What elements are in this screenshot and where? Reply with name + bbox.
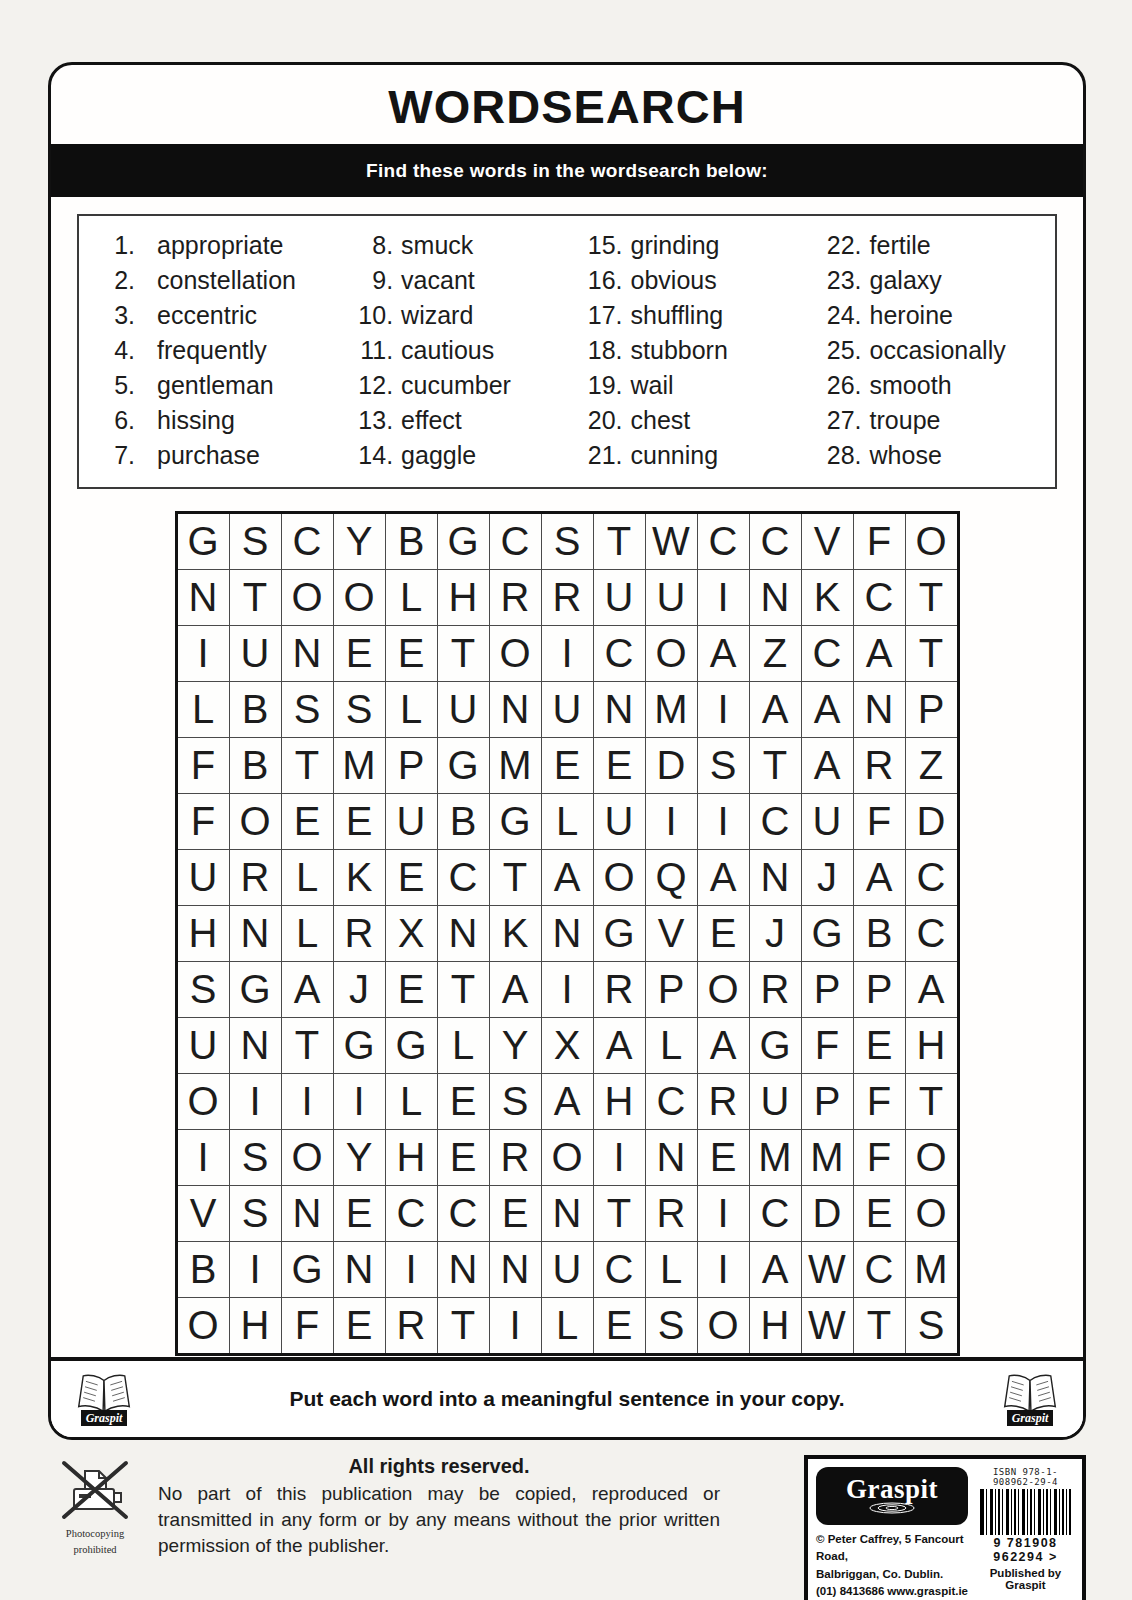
grid-cell[interactable]: O [282, 1130, 333, 1185]
word-number: 13. [351, 403, 393, 438]
grid-cell[interactable]: A [802, 738, 853, 793]
word-list-column: 15.grinding16.obvious17.shuffling18.stub… [581, 228, 820, 473]
grid-cell[interactable]: I [230, 1242, 281, 1297]
word-label: frequently [157, 333, 267, 368]
rights-body: No part of this publication may be copie… [158, 1481, 720, 1560]
photocopy-caption-line1: Photocopying [48, 1527, 142, 1541]
grid-cell[interactable]: F [178, 794, 229, 849]
grid-cell[interactable]: N [854, 682, 905, 737]
grid-cell[interactable]: A [542, 850, 593, 905]
grid-cell[interactable]: O [906, 1130, 957, 1185]
grid-cell[interactable]: I [178, 1130, 229, 1185]
grid-cell[interactable]: I [698, 1186, 749, 1241]
grid-cell[interactable]: E [854, 1018, 905, 1073]
grid-cell[interactable]: C [386, 1186, 437, 1241]
grid-cell[interactable]: F [178, 738, 229, 793]
grid-cell[interactable]: E [334, 794, 385, 849]
word-number: 18. [581, 333, 623, 368]
grid-cell[interactable]: T [438, 962, 489, 1017]
grid-cell[interactable]: U [230, 626, 281, 681]
grid-cell[interactable]: U [594, 570, 645, 625]
grid-cell[interactable]: Y [490, 1018, 541, 1073]
graspit-book-logo-right: Graspit [997, 1373, 1063, 1426]
word-label: cautious [401, 333, 494, 368]
grid-cell[interactable]: C [906, 850, 957, 905]
grid-cell[interactable]: N [438, 1242, 489, 1297]
word-number: 2. [93, 263, 135, 298]
grid-cell[interactable]: P [646, 962, 697, 1017]
grid-cell[interactable]: G [282, 1242, 333, 1297]
barcode-digits: 9 781908 962294 [993, 1536, 1057, 1564]
grid-cell[interactable]: N [750, 570, 801, 625]
word-label: appropriate [157, 228, 283, 263]
grid-cell[interactable]: C [750, 514, 801, 569]
grid-cell[interactable]: A [698, 850, 749, 905]
grid-cell[interactable]: S [230, 1186, 281, 1241]
grid-cell[interactable]: I [542, 962, 593, 1017]
grid-cell[interactable]: M [646, 682, 697, 737]
grid-cell[interactable]: S [334, 682, 385, 737]
word-list-item: 28.whose [820, 438, 1049, 473]
grid-cell[interactable]: T [282, 1018, 333, 1073]
grid-cell[interactable]: R [594, 962, 645, 1017]
page-title: WORDSEARCH [51, 79, 1083, 134]
word-number: 17. [581, 298, 623, 333]
word-label: cunning [631, 438, 719, 473]
grid-cell[interactable]: I [282, 1074, 333, 1129]
word-number: 26. [820, 368, 862, 403]
grid-cell[interactable]: H [386, 1130, 437, 1185]
grid-cell[interactable]: U [802, 794, 853, 849]
grid-cell[interactable]: T [906, 626, 957, 681]
grid-cell[interactable]: O [542, 1130, 593, 1185]
grid-cell[interactable]: W [802, 1242, 853, 1297]
word-list-column: 22.fertile23.galaxy24.heroine25.occasion… [820, 228, 1049, 473]
grid-cell[interactable]: C [854, 570, 905, 625]
word-label: fertile [870, 228, 931, 263]
grid-cell[interactable]: L [386, 682, 437, 737]
grid-cell[interactable]: D [802, 1186, 853, 1241]
word-list-item: 21.cunning [581, 438, 820, 473]
grid-cell[interactable]: C [438, 850, 489, 905]
word-number: 8. [351, 228, 393, 263]
footer-strip: Graspit Put each word into a meaningful … [51, 1357, 1083, 1437]
published-by: Published by Graspit [977, 1567, 1074, 1591]
grid-cell[interactable]: G [750, 1018, 801, 1073]
grid-cell[interactable]: S [490, 1074, 541, 1129]
grid-cell[interactable]: H [594, 1074, 645, 1129]
grid-cell[interactable]: G [438, 738, 489, 793]
grid-cell[interactable]: R [334, 906, 385, 961]
grid-cell[interactable]: U [750, 1074, 801, 1129]
word-list-item: 3.eccentric [93, 298, 351, 333]
word-label: wail [631, 368, 674, 403]
grid-cell[interactable]: E [334, 1298, 385, 1353]
grid-cell[interactable]: R [854, 738, 905, 793]
grid-cell[interactable]: C [906, 906, 957, 961]
word-label: smooth [870, 368, 952, 403]
grid-cell[interactable]: R [542, 570, 593, 625]
word-list-item: 23.galaxy [820, 263, 1049, 298]
grid-cell[interactable]: E [438, 1130, 489, 1185]
graspit-label: Graspit [81, 1410, 128, 1426]
word-list-column: 1.appropriate2.constellation3.eccentric4… [93, 228, 351, 473]
publisher-right: ISBN 978-1-908962-29-4 9 781908 962294 >… [977, 1467, 1074, 1600]
grid-cell[interactable]: K [334, 850, 385, 905]
grid-cell[interactable]: I [698, 1242, 749, 1297]
grid-cell[interactable]: U [542, 1242, 593, 1297]
grid-cell[interactable]: S [646, 1298, 697, 1353]
grid-cell[interactable]: W [802, 1298, 853, 1353]
word-label: troupe [870, 403, 941, 438]
word-list-item: 18.stubborn [581, 333, 820, 368]
grid-cell[interactable]: A [542, 1074, 593, 1129]
grid-cell[interactable]: H [230, 1298, 281, 1353]
word-number: 16. [581, 263, 623, 298]
grid-cell[interactable]: N [230, 1018, 281, 1073]
grid-cell[interactable]: C [438, 1186, 489, 1241]
grid-cell[interactable]: C [698, 514, 749, 569]
word-label: wizard [401, 298, 473, 333]
word-label: heroine [870, 298, 953, 333]
grid-cell[interactable]: P [906, 682, 957, 737]
grid-cell[interactable]: Y [334, 514, 385, 569]
grid-cell[interactable]: H [906, 1018, 957, 1073]
grid-cell[interactable]: L [282, 906, 333, 961]
grid-cell[interactable]: I [490, 1298, 541, 1353]
grid-cell[interactable]: W [646, 514, 697, 569]
grid-cell[interactable]: A [750, 682, 801, 737]
grid-cell[interactable]: A [750, 1242, 801, 1297]
grid-cell[interactable]: B [386, 514, 437, 569]
grid-cell[interactable]: O [906, 514, 957, 569]
grid-cell[interactable]: H [438, 570, 489, 625]
grid-cell[interactable]: G [802, 906, 853, 961]
grid-cell[interactable]: N [178, 570, 229, 625]
grid-cell[interactable]: I [594, 1130, 645, 1185]
word-list: 1.appropriate2.constellation3.eccentric4… [77, 214, 1057, 489]
word-number: 23. [820, 263, 862, 298]
grid-cell[interactable]: A [854, 850, 905, 905]
grid-cell[interactable]: G [438, 514, 489, 569]
grid-cell[interactable]: E [282, 794, 333, 849]
grid-cell[interactable]: N [334, 1242, 385, 1297]
grid-cell[interactable]: R [750, 962, 801, 1017]
grid-cell[interactable]: A [854, 626, 905, 681]
grid-cell[interactable]: G [334, 1018, 385, 1073]
grid-cell[interactable]: E [594, 1298, 645, 1353]
grid-cell[interactable]: Y [334, 1130, 385, 1185]
word-list-item: 25.occasionally [820, 333, 1049, 368]
word-list-item: 11.cautious [351, 333, 580, 368]
grid-cell[interactable]: R [490, 1130, 541, 1185]
word-number: 12. [351, 368, 393, 403]
grid-cell[interactable]: A [282, 962, 333, 1017]
publisher-address: © Peter Caffrey, 5 Fancourt Road, Balbri… [816, 1531, 968, 1600]
grid-cell[interactable]: S [282, 682, 333, 737]
grid-cell[interactable]: C [282, 514, 333, 569]
grid-cell[interactable]: K [490, 906, 541, 961]
grid-cell[interactable]: P [802, 962, 853, 1017]
grid-cell[interactable]: X [386, 906, 437, 961]
grid-cell[interactable]: G [386, 1018, 437, 1073]
word-list-item: 15.grinding [581, 228, 820, 263]
grid-cell[interactable]: B [854, 906, 905, 961]
grid-cell[interactable]: T [750, 738, 801, 793]
grid-cell[interactable]: O [906, 1186, 957, 1241]
word-number: 15. [581, 228, 623, 263]
grid-cell[interactable]: V [646, 906, 697, 961]
grid-cell[interactable]: L [386, 1074, 437, 1129]
subtitle-bar: Find these words in the wordsearch below… [51, 144, 1083, 197]
grid-cell[interactable]: N [542, 1186, 593, 1241]
grid-cell[interactable]: M [750, 1130, 801, 1185]
grid-cell[interactable]: Q [646, 850, 697, 905]
word-label: hissing [157, 403, 235, 438]
grid-cell[interactable]: L [282, 850, 333, 905]
grid-cell[interactable]: N [750, 850, 801, 905]
word-list-item: 26.smooth [820, 368, 1049, 403]
grid-cell[interactable]: C [594, 626, 645, 681]
grid-cell[interactable]: R [698, 1074, 749, 1129]
grid-cell[interactable]: S [230, 514, 281, 569]
word-number: 5. [93, 368, 135, 403]
grid-cell[interactable]: C [490, 514, 541, 569]
word-list-item: 4.frequently [93, 333, 351, 368]
grid-cell[interactable]: A [490, 962, 541, 1017]
grid-cell[interactable]: U [386, 794, 437, 849]
grid-cell[interactable]: L [178, 682, 229, 737]
grid-cell[interactable]: O [698, 962, 749, 1017]
grid-cell[interactable]: N [282, 626, 333, 681]
grid-cell[interactable]: Z [750, 626, 801, 681]
imprint-row: Photocopying prohibited All rights reser… [48, 1455, 1086, 1600]
grid-cell[interactable]: T [594, 514, 645, 569]
grid-cell[interactable]: S [906, 1298, 957, 1353]
grid-cell[interactable]: A [698, 626, 749, 681]
grid-cell[interactable]: D [906, 794, 957, 849]
word-label: whose [870, 438, 942, 473]
grid-cell[interactable]: E [698, 1130, 749, 1185]
grid-cell[interactable]: M [490, 738, 541, 793]
grid-cell[interactable]: E [594, 738, 645, 793]
grid-cell[interactable]: E [334, 626, 385, 681]
grid-cell[interactable]: X [542, 1018, 593, 1073]
word-number: 6. [93, 403, 135, 438]
grid-cell[interactable]: I [178, 626, 229, 681]
grid-cell[interactable]: A [698, 1018, 749, 1073]
grid-cell[interactable]: T [490, 850, 541, 905]
grid-cell[interactable]: M [802, 1130, 853, 1185]
grid-cell[interactable]: G [490, 794, 541, 849]
grid-cell[interactable]: O [646, 626, 697, 681]
grid-cell[interactable]: I [698, 682, 749, 737]
graspit-logo-text: Graspit [846, 1477, 938, 1501]
grid-cell[interactable]: V [802, 514, 853, 569]
grid-cell[interactable]: O [698, 1298, 749, 1353]
grid-cell[interactable]: T [438, 626, 489, 681]
grid-cell[interactable]: R [386, 1298, 437, 1353]
grid-cell[interactable]: V [178, 1186, 229, 1241]
grid-cell[interactable]: S [542, 514, 593, 569]
word-list-item: 7.purchase [93, 438, 351, 473]
grid-cell[interactable]: I [386, 1242, 437, 1297]
grid-cell[interactable]: J [750, 906, 801, 961]
grid-cell[interactable]: H [178, 906, 229, 961]
word-label: constellation [157, 263, 296, 298]
word-number: 25. [820, 333, 862, 368]
word-number: 22. [820, 228, 862, 263]
grid-cell[interactable]: L [386, 570, 437, 625]
grid-cell[interactable]: D [646, 738, 697, 793]
grid-cell[interactable]: I [542, 626, 593, 681]
publisher-address-line: Balbriggan, Co. Dublin. [816, 1566, 968, 1583]
grid-cell[interactable]: L [646, 1242, 697, 1297]
grid-cell[interactable]: R [490, 570, 541, 625]
grid-cell[interactable]: E [334, 1186, 385, 1241]
grid-cell[interactable]: N [438, 906, 489, 961]
word-list-item: 14.gaggle [351, 438, 580, 473]
grid-cell[interactable]: T [438, 1298, 489, 1353]
grid-cell[interactable]: I [698, 794, 749, 849]
word-list-item: 2.constellation [93, 263, 351, 298]
grid-cell[interactable]: R [646, 1186, 697, 1241]
photocopier-crossed-icon [59, 1459, 131, 1521]
grid-cell[interactable]: F [854, 514, 905, 569]
grid-cell[interactable]: A [906, 962, 957, 1017]
grid-cell[interactable]: F [282, 1298, 333, 1353]
word-label: galaxy [870, 263, 942, 298]
word-list-item: 10.wizard [351, 298, 580, 333]
grid-cell[interactable]: I [230, 1074, 281, 1129]
grid-cell[interactable]: N [490, 1242, 541, 1297]
grid-cell[interactable]: T [594, 1186, 645, 1241]
grid-cell[interactable]: U [542, 682, 593, 737]
grid-cell[interactable]: F [854, 1130, 905, 1185]
grid-cell[interactable]: L [438, 1018, 489, 1073]
grid-cell[interactable]: A [594, 1018, 645, 1073]
grid-cell[interactable]: K [802, 570, 853, 625]
grid-cell[interactable]: J [802, 850, 853, 905]
grid-cell[interactable]: E [490, 1186, 541, 1241]
grid-cell[interactable]: L [646, 1018, 697, 1073]
grid-cell[interactable]: C [646, 1074, 697, 1129]
grid-cell[interactable]: L [542, 794, 593, 849]
grid-cell[interactable]: U [594, 794, 645, 849]
graspit-swirl-icon [866, 1501, 918, 1515]
grid-cell[interactable]: B [230, 682, 281, 737]
grid-cell[interactable]: R [230, 850, 281, 905]
grid-cell[interactable]: N [282, 1186, 333, 1241]
grid-cell[interactable]: A [802, 682, 853, 737]
grid-cell[interactable]: U [178, 1018, 229, 1073]
barcode-number: 9 781908 962294 > [977, 1536, 1074, 1564]
grid-cell[interactable]: B [230, 738, 281, 793]
grid-cell[interactable]: U [646, 570, 697, 625]
word-number: 28. [820, 438, 862, 473]
grid-cell[interactable]: S [230, 1130, 281, 1185]
grid-cell[interactable]: G [594, 906, 645, 961]
word-list-item: 24.heroine [820, 298, 1049, 333]
grid-cell[interactable]: C [802, 626, 853, 681]
word-number: 3. [93, 298, 135, 333]
grid-cell[interactable]: P [802, 1074, 853, 1129]
grid-cell[interactable]: N [490, 682, 541, 737]
grid-cell[interactable]: E [698, 906, 749, 961]
open-book-icon [1002, 1373, 1058, 1415]
grid-cell[interactable]: S [698, 738, 749, 793]
grid-cell[interactable]: L [542, 1298, 593, 1353]
grid-cell[interactable]: U [438, 682, 489, 737]
grid-cell[interactable]: N [594, 682, 645, 737]
grid-cell[interactable]: E [542, 738, 593, 793]
grid-cell[interactable]: F [854, 794, 905, 849]
word-number: 1. [93, 228, 135, 263]
footer-instruction: Put each word into a meaningful sentence… [137, 1387, 997, 1411]
grid-cell[interactable]: N [646, 1130, 697, 1185]
grid-cell[interactable]: F [854, 1074, 905, 1129]
grid-cell[interactable]: C [750, 1186, 801, 1241]
grid-cell[interactable]: C [594, 1242, 645, 1297]
grid-cell[interactable]: F [802, 1018, 853, 1073]
grid-cell[interactable]: O [594, 850, 645, 905]
word-label: grinding [631, 228, 720, 263]
grid-cell[interactable]: E [386, 626, 437, 681]
grid-cell[interactable]: O [178, 1298, 229, 1353]
photocopying-prohibited: Photocopying prohibited [48, 1455, 142, 1557]
grid-cell[interactable]: O [230, 794, 281, 849]
grid-cell[interactable]: I [334, 1074, 385, 1129]
grid-cell[interactable]: T [282, 738, 333, 793]
grid-cell[interactable]: C [750, 794, 801, 849]
word-number: 20. [581, 403, 623, 438]
grid-cell[interactable]: S [178, 962, 229, 1017]
grid-cell[interactable]: T [854, 1298, 905, 1353]
word-number: 7. [93, 438, 135, 473]
grid-cell[interactable]: P [386, 738, 437, 793]
publisher-website: www.graspit.ie [887, 1583, 968, 1600]
grid-cell[interactable]: M [334, 738, 385, 793]
grid-cell[interactable]: I [698, 570, 749, 625]
grid-cell[interactable]: G [178, 514, 229, 569]
grid-cell[interactable]: E [438, 1074, 489, 1129]
grid-cell[interactable]: N [230, 906, 281, 961]
grid-cell[interactable]: O [282, 570, 333, 625]
grid-cell[interactable]: I [646, 794, 697, 849]
grid-cell[interactable]: U [178, 850, 229, 905]
grid-cell[interactable]: N [542, 906, 593, 961]
grid-cell[interactable]: B [438, 794, 489, 849]
grid-cell[interactable]: E [386, 962, 437, 1017]
grid-cell[interactable]: P [854, 962, 905, 1017]
grid-cell[interactable]: T [906, 1074, 957, 1129]
grid-cell[interactable]: T [230, 570, 281, 625]
grid-cell[interactable]: B [178, 1242, 229, 1297]
grid-cell[interactable]: E [386, 850, 437, 905]
grid-cell[interactable]: M [906, 1242, 957, 1297]
grid-cell[interactable]: O [178, 1074, 229, 1129]
grid-cell[interactable]: J [334, 962, 385, 1017]
grid-cell[interactable]: O [334, 570, 385, 625]
grid-cell[interactable]: G [230, 962, 281, 1017]
grid-cell[interactable]: C [854, 1242, 905, 1297]
grid-cell[interactable]: H [750, 1298, 801, 1353]
grid-cell[interactable]: T [906, 570, 957, 625]
grid-cell[interactable]: O [490, 626, 541, 681]
grid-cell[interactable]: Z [906, 738, 957, 793]
wordsearch-grid: GSCYBGCSTWCCVFONTOOLHRRUUINKCTIUNEETOICO… [175, 511, 960, 1356]
grid-cell[interactable]: E [854, 1186, 905, 1241]
